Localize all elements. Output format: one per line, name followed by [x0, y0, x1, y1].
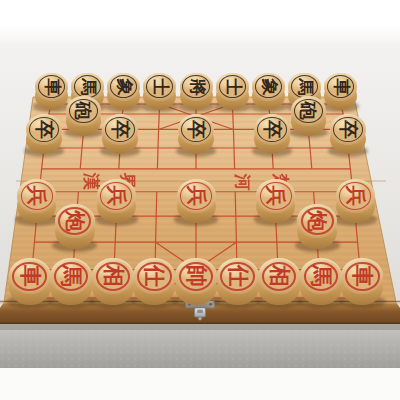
piece-red-cannon[interactable]: 炮 — [297, 204, 337, 249]
piece-character: 馬 — [53, 255, 89, 297]
piece-character: 象 — [110, 70, 138, 103]
product-photo-scene: 漢界河楚 車 馬 — [0, 0, 400, 400]
piece-red-horse[interactable]: 馬 — [50, 258, 92, 305]
piece-character: 卒 — [333, 111, 364, 147]
piece-red-horse[interactable]: 馬 — [300, 258, 342, 305]
piece-character: 士 — [146, 70, 174, 103]
piece-top-face: 砲 — [291, 96, 326, 126]
piece-top-face: 兵 — [97, 179, 136, 212]
piece-top-face: 仕 — [217, 258, 259, 294]
piece-black-cannon[interactable]: 砲 — [291, 96, 326, 135]
piece-red-chariot[interactable]: 車 — [341, 258, 383, 305]
piece-top-face: 相 — [92, 258, 134, 294]
piece-character: 車 — [12, 255, 48, 297]
piece-character: 仕 — [137, 255, 173, 297]
piece-red-general[interactable]: 帥 — [175, 258, 217, 305]
piece-character: 車 — [345, 255, 381, 297]
piece-top-face: 將 — [180, 73, 213, 101]
piece-red-chariot[interactable]: 車 — [9, 258, 51, 305]
piece-character: 相 — [261, 255, 297, 297]
piece-red-soldier[interactable]: 兵 — [17, 179, 56, 223]
piece-top-face: 炮 — [55, 204, 95, 238]
piece-top-face: 車 — [35, 73, 68, 101]
floor-white — [0, 368, 400, 400]
piece-top-face: 士 — [143, 73, 176, 101]
piece-red-cannon[interactable]: 炮 — [55, 204, 95, 249]
piece-character: 馬 — [303, 255, 339, 297]
piece-black-soldier[interactable]: 卒 — [254, 114, 290, 154]
piece-top-face: 兵 — [336, 179, 375, 212]
piece-character: 將 — [182, 70, 210, 103]
piece-top-face: 帥 — [175, 258, 217, 294]
piece-black-soldier[interactable]: 卒 — [330, 114, 366, 154]
piece-red-soldier[interactable]: 兵 — [256, 179, 295, 223]
piece-character: 砲 — [293, 94, 323, 129]
piece-top-face: 象 — [252, 73, 285, 101]
piece-red-elephant[interactable]: 相 — [258, 258, 300, 305]
piece-top-face: 兵 — [17, 179, 56, 212]
piece-black-soldier[interactable]: 卒 — [178, 114, 214, 154]
piece-character: 士 — [218, 70, 246, 103]
piece-character: 兵 — [179, 176, 212, 215]
piece-top-face: 卒 — [26, 114, 62, 145]
piece-character: 炮 — [58, 201, 92, 241]
piece-top-face: 砲 — [66, 96, 101, 126]
piece-top-face: 相 — [258, 258, 300, 294]
piece-red-soldier[interactable]: 兵 — [97, 179, 136, 223]
piece-character: 帥 — [178, 255, 214, 297]
piece-character: 兵 — [20, 176, 53, 215]
piece-black-elephant[interactable]: 象 — [252, 73, 285, 110]
piece-top-face: 卒 — [102, 114, 138, 145]
piece-black-elephant[interactable]: 象 — [107, 73, 140, 110]
piece-character: 兵 — [259, 176, 292, 215]
piece-top-face: 車 — [9, 258, 51, 294]
piece-top-face: 車 — [324, 73, 357, 101]
piece-black-soldier[interactable]: 卒 — [26, 114, 62, 154]
river-text: 河 — [233, 173, 253, 191]
piece-black-soldier[interactable]: 卒 — [102, 114, 138, 154]
piece-character: 兵 — [100, 176, 133, 215]
piece-character: 車 — [37, 70, 65, 103]
piece-character: 卒 — [105, 111, 136, 147]
piece-top-face: 炮 — [297, 204, 337, 238]
piece-top-face: 兵 — [177, 179, 216, 212]
piece-character: 兵 — [339, 176, 372, 215]
piece-top-face: 卒 — [330, 114, 366, 145]
piece-character: 相 — [95, 255, 131, 297]
piece-character: 象 — [254, 70, 282, 103]
piece-character: 車 — [327, 70, 355, 103]
piece-top-face: 象 — [107, 73, 140, 101]
piece-black-chariot[interactable]: 車 — [35, 73, 68, 110]
piece-character: 卒 — [29, 111, 60, 147]
piece-character: 砲 — [69, 94, 99, 129]
piece-character: 仕 — [220, 255, 256, 297]
piece-black-chariot[interactable]: 車 — [324, 73, 357, 110]
piece-character: 炮 — [300, 201, 334, 241]
piece-top-face: 馬 — [50, 258, 92, 294]
piece-red-soldier[interactable]: 兵 — [336, 179, 375, 223]
piece-top-face: 車 — [341, 258, 383, 294]
piece-top-face: 兵 — [256, 179, 295, 212]
piece-red-soldier[interactable]: 兵 — [177, 179, 216, 223]
piece-black-general[interactable]: 將 — [180, 73, 213, 110]
piece-top-face: 士 — [216, 73, 249, 101]
piece-top-face: 馬 — [300, 258, 342, 294]
piece-black-cannon[interactable]: 砲 — [66, 96, 101, 135]
piece-red-elephant[interactable]: 相 — [92, 258, 134, 305]
piece-black-advisor[interactable]: 士 — [143, 73, 176, 110]
piece-red-advisor[interactable]: 仕 — [133, 258, 175, 305]
piece-top-face: 卒 — [178, 114, 214, 145]
piece-red-advisor[interactable]: 仕 — [217, 258, 259, 305]
piece-black-advisor[interactable]: 士 — [216, 73, 249, 110]
piece-top-face: 仕 — [133, 258, 175, 294]
piece-character: 卒 — [257, 111, 288, 147]
piece-top-face: 卒 — [254, 114, 290, 145]
piece-character: 卒 — [181, 111, 212, 147]
